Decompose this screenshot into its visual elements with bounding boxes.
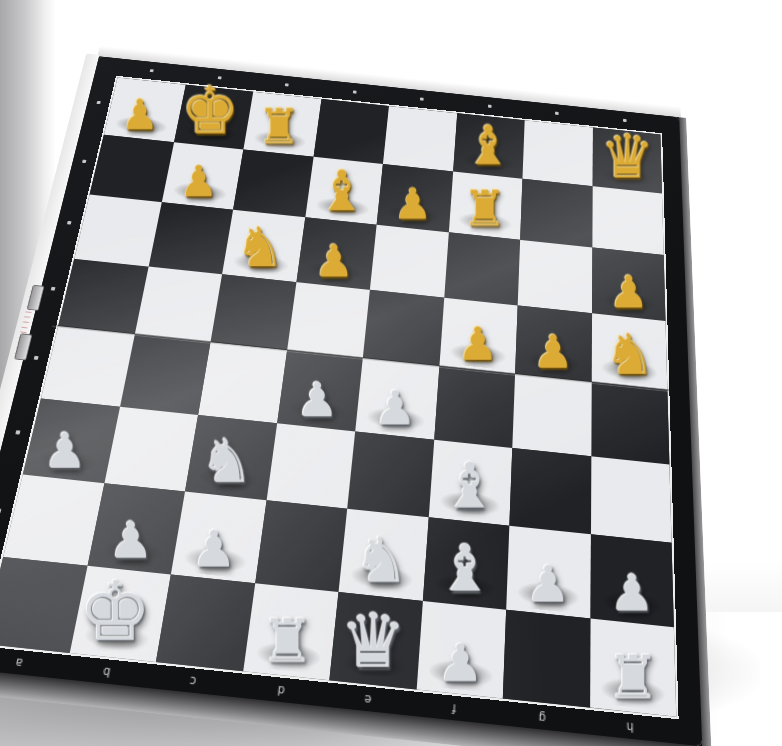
frame-marker-top: [285, 83, 289, 86]
silver-king-b1[interactable]: ♚: [71, 571, 158, 653]
square-g8[interactable]: [522, 120, 592, 185]
file-label-d: d: [277, 683, 286, 697]
square-b4[interactable]: [120, 334, 211, 414]
gold-bishop-f8[interactable]: ♝: [453, 118, 523, 172]
square-g5[interactable]: ♟: [515, 305, 591, 382]
board-folded-edge-right: [679, 117, 711, 746]
gold-pawn-f5[interactable]: ♟: [439, 321, 515, 367]
square-h6[interactable]: ♟: [592, 247, 666, 320]
silver-pawn-g2[interactable]: ♟: [506, 558, 590, 609]
square-d7[interactable]: ♝: [305, 156, 383, 224]
square-h1[interactable]: ♜: [590, 618, 677, 717]
square-a3[interactable]: ♟: [23, 398, 120, 483]
square-e7[interactable]: ♟: [377, 164, 453, 233]
square-e1[interactable]: ♛: [329, 592, 422, 690]
square-g7[interactable]: [520, 178, 592, 247]
silver-rook-h1[interactable]: ♜: [589, 647, 676, 707]
square-d3[interactable]: [266, 423, 355, 509]
square-a5[interactable]: [58, 258, 148, 334]
frame-marker-top: [217, 76, 221, 79]
square-h5[interactable]: ♞: [591, 313, 667, 390]
gold-pawn-g5[interactable]: ♟: [515, 329, 591, 375]
frame-marker-left: [0, 509, 1, 514]
gold-king-b8[interactable]: ♚: [175, 77, 245, 143]
square-b6[interactable]: [148, 202, 233, 274]
silver-rook-d1[interactable]: ♜: [244, 610, 331, 670]
square-b7[interactable]: ♟: [161, 142, 243, 210]
silver-bishop-f3[interactable]: ♝: [429, 455, 510, 518]
gold-pawn-a8[interactable]: ♟: [105, 93, 175, 135]
gold-pawn-e7[interactable]: ♟: [377, 182, 449, 225]
square-g6[interactable]: [518, 240, 592, 313]
frame-marker-top: [150, 69, 154, 72]
square-e6[interactable]: [370, 225, 448, 297]
frame-marker-top: [488, 105, 492, 108]
square-h2[interactable]: ♟: [590, 534, 674, 627]
frame-marker-top: [353, 90, 357, 93]
silver-pawn-a3[interactable]: ♟: [24, 426, 105, 475]
gold-knight-c6[interactable]: ♞: [223, 220, 297, 275]
square-e4[interactable]: ♟: [355, 358, 439, 439]
frame-marker-left: [67, 221, 72, 225]
frame-marker-top: [420, 97, 424, 100]
square-b8[interactable]: ♚: [174, 85, 254, 149]
square-f1[interactable]: ♟: [416, 600, 506, 698]
scene: ||||||||||||| ♟♚♜♝♛♟♝♟♜♞♟♟♟♟♞♟♟♟♞♝♟♟♞♝♟♟…: [0, 0, 782, 746]
square-c2[interactable]: ♟: [171, 492, 266, 583]
square-d2[interactable]: [255, 500, 347, 591]
gold-queen-h8[interactable]: ♛: [592, 127, 662, 187]
file-label-h: h: [626, 720, 633, 734]
gold-pawn-d6[interactable]: ♟: [297, 238, 371, 283]
gold-rook-f7[interactable]: ♜: [449, 183, 521, 233]
file-label-b: b: [102, 665, 112, 679]
frame-marker-left: [96, 101, 100, 104]
gold-rook-c8[interactable]: ♜: [244, 102, 314, 150]
square-f4[interactable]: [434, 366, 515, 447]
square-c7[interactable]: [233, 149, 313, 217]
silver-pawn-b2[interactable]: ♟: [89, 515, 173, 566]
square-a6[interactable]: [74, 195, 161, 267]
square-c3[interactable]: ♞: [185, 414, 277, 500]
square-e2[interactable]: ♞: [339, 509, 429, 601]
gold-knight-h5[interactable]: ♞: [591, 326, 667, 383]
silver-queen-e1[interactable]: ♛: [330, 605, 417, 680]
square-f7[interactable]: ♜: [448, 171, 522, 240]
square-c8[interactable]: ♜: [243, 92, 321, 157]
square-h8[interactable]: ♛: [592, 127, 662, 193]
square-d4[interactable]: ♟: [277, 350, 363, 431]
square-f6[interactable]: [444, 232, 520, 305]
square-f8[interactable]: ♝: [453, 113, 525, 178]
square-h4[interactable]: [591, 382, 670, 464]
chess-board: ♟♚♜♝♛♟♝♟♜♞♟♟♟♟♞♟♟♟♞♝♟♟♞♝♟♟♚♜♛♟♜: [0, 76, 679, 720]
square-c4[interactable]: [198, 342, 287, 423]
silver-pawn-c2[interactable]: ♟: [172, 523, 256, 574]
square-d5[interactable]: [287, 282, 370, 358]
square-h3[interactable]: [590, 456, 671, 543]
square-e3[interactable]: [347, 431, 434, 517]
frame-marker-left: [51, 287, 56, 291]
square-d8[interactable]: [313, 99, 389, 164]
board-frame: ||||||||||||| ♟♚♜♝♛♟♝♟♜♞♟♟♟♟♞♟♟♟♞♝♟♟♞♝♟♟…: [0, 56, 702, 746]
square-d6[interactable]: ♟: [296, 217, 377, 289]
square-c6[interactable]: ♞: [222, 210, 305, 282]
square-h7[interactable]: [592, 186, 664, 255]
square-e5[interactable]: [363, 289, 444, 366]
square-f5[interactable]: ♟: [439, 297, 518, 374]
file-label-g: g: [539, 711, 547, 725]
silver-pawn-d4[interactable]: ♟: [278, 376, 357, 423]
file-label-c: c: [189, 674, 197, 688]
square-b1[interactable]: ♚: [69, 565, 171, 662]
file-label-e: e: [364, 692, 372, 706]
gold-pawn-h6[interactable]: ♟: [591, 269, 665, 314]
square-b5[interactable]: [134, 266, 222, 342]
square-g2[interactable]: ♟: [506, 526, 590, 618]
silver-knight-c3[interactable]: ♞: [186, 431, 267, 492]
square-g1[interactable]: [503, 609, 590, 707]
square-g3[interactable]: [509, 448, 590, 535]
square-b3[interactable]: [104, 406, 198, 491]
square-c5[interactable]: [211, 274, 297, 350]
square-a7[interactable]: [90, 134, 174, 202]
square-d1[interactable]: ♜: [243, 583, 339, 680]
gold-pawn-b7[interactable]: ♟: [162, 160, 234, 203]
silver-knight-e2[interactable]: ♞: [339, 529, 423, 592]
silver-bishop-f2[interactable]: ♝: [423, 535, 507, 600]
frame-marker-left: [34, 356, 39, 360]
file-label-a: a: [14, 656, 24, 670]
square-e8[interactable]: [383, 106, 457, 171]
square-b2[interactable]: ♟: [87, 483, 185, 574]
square-a4[interactable]: [41, 326, 134, 406]
frame-marker-left: [82, 159, 86, 163]
file-label-f: f: [451, 702, 456, 716]
silver-pawn-e4[interactable]: ♟: [356, 384, 435, 431]
square-f3[interactable]: ♝: [428, 439, 512, 525]
gold-bishop-d7[interactable]: ♝: [306, 163, 378, 218]
frame-marker-left: [15, 430, 20, 434]
square-g4[interactable]: [512, 374, 591, 456]
square-a8[interactable]: ♟: [104, 77, 185, 141]
silver-pawn-f1[interactable]: ♟: [417, 637, 504, 689]
square-f2[interactable]: ♝: [422, 517, 509, 609]
frame-marker-top: [555, 112, 559, 115]
silver-pawn-h2[interactable]: ♟: [590, 567, 674, 618]
frame-marker-top: [623, 119, 627, 122]
square-c1[interactable]: [156, 574, 255, 671]
